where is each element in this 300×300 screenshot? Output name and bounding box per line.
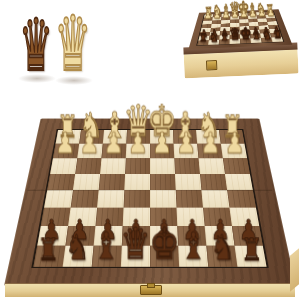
piece-bB-f8: ♝ bbox=[181, 229, 207, 266]
box-square-b8: ♞ bbox=[208, 40, 219, 45]
square-e2: ♟ bbox=[150, 144, 174, 159]
square-h5 bbox=[227, 190, 256, 207]
box-piece-bR-a8: ♜ bbox=[198, 33, 207, 45]
product-photo-stage: ♛ ♛ ♜♞♝♛♚♝♞♜♟♟♟♟♟♟♟♟♟♟♟♟♟♟♟♟♜♞♝♛♚♝♞♜ ♜♞♝… bbox=[0, 0, 300, 300]
box-square-g8: ♞ bbox=[261, 37, 273, 42]
square-b3 bbox=[75, 158, 101, 173]
piece-wP-a2: ♟ bbox=[55, 128, 75, 157]
square-d2: ♟ bbox=[126, 144, 150, 159]
box-mini-chessboard: ♜♞♝♛♚♝♞♜♟♟♟♟♟♟♟♟♟♟♟♟♟♟♟♟♜♞♝♛♚♝♞♜ bbox=[197, 12, 283, 46]
square-d3 bbox=[125, 158, 150, 173]
square-a2: ♟ bbox=[53, 144, 79, 159]
box-piece-wP-d2: ♟ bbox=[230, 8, 238, 19]
square-a5 bbox=[44, 190, 73, 207]
square-b5 bbox=[71, 190, 99, 207]
square-e3 bbox=[150, 158, 175, 173]
box-square-h8: ♜ bbox=[271, 37, 283, 42]
box-square-a8: ♜ bbox=[197, 40, 209, 45]
main-board-perspective: ♜♞♝♛♚♝♞♜♟♟♟♟♟♟♟♟♟♟♟♟♟♟♟♟♜♞♝♛♚♝♞♜ bbox=[4, 118, 296, 286]
square-e4 bbox=[150, 174, 176, 190]
board-brass-clasp-icon bbox=[140, 285, 162, 295]
box-piece-bN-b8: ♞ bbox=[208, 31, 218, 44]
square-d5 bbox=[124, 190, 150, 207]
piece-bN-g8: ♞ bbox=[210, 230, 234, 265]
square-h8: ♜ bbox=[235, 246, 267, 267]
box-piece-bB-f8: ♝ bbox=[251, 28, 261, 42]
piece-bR-a8: ♜ bbox=[37, 234, 59, 265]
square-f2: ♟ bbox=[174, 144, 199, 159]
piece-wP-c2: ♟ bbox=[104, 128, 124, 157]
square-c4 bbox=[99, 174, 125, 190]
square-d4 bbox=[124, 174, 150, 190]
square-f4 bbox=[175, 174, 201, 190]
square-e8: ♚ bbox=[150, 246, 179, 267]
square-c8: ♝ bbox=[92, 246, 122, 267]
box-piece-wP-g2: ♟ bbox=[257, 7, 265, 18]
piece-bK-e8: ♚ bbox=[149, 222, 179, 266]
box-piece-bN-g8: ♞ bbox=[262, 28, 272, 41]
box-piece-bK-e8: ♚ bbox=[239, 26, 251, 43]
square-a4 bbox=[47, 174, 75, 190]
box-piece-wP-b2: ♟ bbox=[212, 9, 220, 20]
square-g2: ♟ bbox=[197, 144, 223, 159]
hero-dark-queen-piece: ♛ bbox=[19, 9, 53, 81]
square-g5 bbox=[201, 190, 229, 207]
hero-light-queen-piece: ♛ bbox=[55, 6, 92, 82]
square-b4 bbox=[73, 174, 100, 190]
box-piece-wP-e2: ♟ bbox=[239, 8, 247, 19]
piece-bQ-d8: ♛ bbox=[120, 222, 150, 266]
square-b8: ♞ bbox=[63, 246, 94, 267]
box-piece-wP-c2: ♟ bbox=[221, 9, 229, 20]
piece-bB-c8: ♝ bbox=[94, 229, 120, 266]
square-d8: ♛ bbox=[121, 246, 150, 267]
square-a8: ♜ bbox=[33, 246, 65, 267]
box-piece-bB-c8: ♝ bbox=[219, 30, 229, 44]
board-maple-edge-right bbox=[290, 248, 299, 292]
square-f8: ♝ bbox=[178, 246, 208, 267]
square-f5 bbox=[176, 190, 203, 207]
box-square-d8: ♛ bbox=[230, 39, 241, 44]
piece-wP-g2: ♟ bbox=[200, 128, 220, 157]
square-h2: ♟ bbox=[221, 144, 247, 159]
box-piece-wP-a2: ♟ bbox=[203, 9, 211, 20]
square-g4 bbox=[200, 174, 227, 190]
box-brass-clasp-icon bbox=[206, 60, 217, 70]
box-piece-bR-h8: ♜ bbox=[273, 29, 282, 41]
square-c5 bbox=[97, 190, 124, 207]
folded-chess-box: ♜♞♝♛♚♝♞♜♟♟♟♟♟♟♟♟♟♟♟♟♟♟♟♟♜♞♝♛♚♝♞♜ bbox=[181, 0, 298, 78]
square-g8: ♞ bbox=[206, 246, 237, 267]
square-b2: ♟ bbox=[77, 144, 103, 159]
square-c3 bbox=[100, 158, 126, 173]
main-board-walnut-frame: ♜♞♝♛♚♝♞♜♟♟♟♟♟♟♟♟♟♟♟♟♟♟♟♟♜♞♝♛♚♝♞♜ bbox=[4, 118, 296, 286]
main-chessboard: ♜♞♝♛♚♝♞♜♟♟♟♟♟♟♟♟♟♟♟♟♟♟♟♟♜♞♝♛♚♝♞♜ bbox=[33, 130, 266, 267]
piece-wP-b2: ♟ bbox=[79, 128, 99, 157]
box-piece-wP-f2: ♟ bbox=[248, 7, 256, 18]
box-piece-wP-h2: ♟ bbox=[266, 7, 274, 18]
piece-wP-d2: ♟ bbox=[128, 128, 148, 157]
square-e5 bbox=[150, 190, 176, 207]
piece-wP-e2: ♟ bbox=[152, 128, 172, 157]
square-f3 bbox=[174, 158, 200, 173]
piece-wP-h2: ♟ bbox=[225, 128, 245, 157]
piece-bN-b8: ♞ bbox=[65, 230, 89, 265]
piece-bR-h8: ♜ bbox=[241, 234, 263, 265]
square-a3 bbox=[50, 158, 77, 173]
box-square-f8: ♝ bbox=[250, 38, 261, 43]
piece-wP-f2: ♟ bbox=[176, 128, 196, 157]
box-square-e8: ♚ bbox=[240, 38, 251, 43]
box-square-c8: ♝ bbox=[219, 39, 230, 44]
square-h3 bbox=[223, 158, 250, 173]
square-g3 bbox=[199, 158, 225, 173]
square-c2: ♟ bbox=[101, 144, 126, 159]
box-top-face: ♜♞♝♛♚♝♞♜♟♟♟♟♟♟♟♟♟♟♟♟♟♟♟♟♜♞♝♛♚♝♞♜ bbox=[188, 9, 292, 49]
square-h4 bbox=[225, 174, 253, 190]
